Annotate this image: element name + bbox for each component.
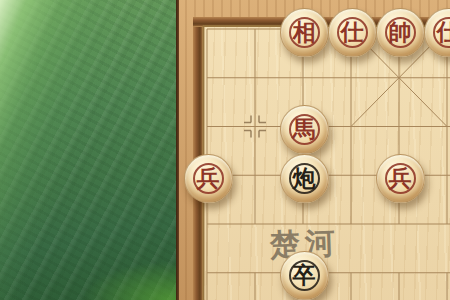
piece-character: 相 — [293, 20, 316, 43]
piece-black-炮[interactable]: 炮 — [280, 154, 329, 203]
piece-character: 仕 — [341, 20, 364, 43]
mountain-background — [0, 0, 178, 300]
piece-character: 帥 — [389, 20, 412, 43]
piece-red-兵[interactable]: 兵 — [376, 154, 425, 203]
piece-character: 兵 — [389, 166, 412, 189]
piece-red-仕[interactable]: 仕 — [328, 8, 377, 57]
piece-red-仕[interactable]: 仕 — [424, 8, 450, 57]
piece-character: 馬 — [293, 117, 316, 140]
piece-character: 仕 — [437, 20, 450, 43]
piece-character: 卒 — [293, 263, 316, 286]
piece-red-帥[interactable]: 帥 — [376, 8, 425, 57]
screen: 楚河 相仕帥仕馬兵炮兵卒 — [0, 0, 450, 300]
piece-red-相[interactable]: 相 — [280, 8, 329, 57]
piece-character: 兵 — [197, 166, 220, 189]
piece-red-馬[interactable]: 馬 — [280, 105, 329, 154]
piece-black-卒[interactable]: 卒 — [280, 251, 329, 300]
piece-red-兵[interactable]: 兵 — [184, 154, 233, 203]
piece-character: 炮 — [293, 166, 316, 189]
pieces-layer: 相仕帥仕馬兵炮兵卒 — [176, 0, 450, 300]
xiangqi-board[interactable]: 楚河 相仕帥仕馬兵炮兵卒 — [176, 0, 450, 300]
